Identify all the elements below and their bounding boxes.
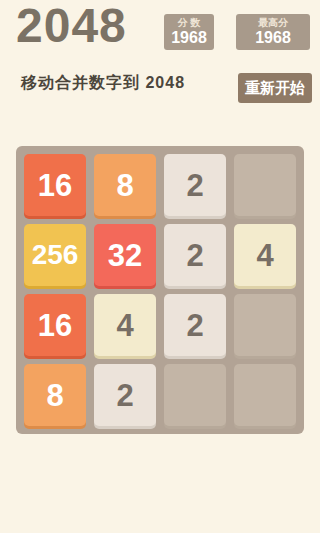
tile-2: 2 — [164, 154, 226, 216]
tile-16: 16 — [24, 154, 86, 216]
cell-empty — [234, 364, 296, 426]
tile-16: 16 — [24, 294, 86, 356]
cell-empty — [234, 294, 296, 356]
tile-8: 8 — [24, 364, 86, 426]
tile-32: 32 — [94, 224, 156, 286]
best-score-value: 1968 — [236, 29, 310, 47]
tile-4: 4 — [94, 294, 156, 356]
tile-2: 2 — [94, 364, 156, 426]
cell-empty — [234, 154, 296, 216]
score-value: 1968 — [164, 29, 214, 47]
tile-256: 256 — [24, 224, 86, 286]
score-label: 分 数 — [164, 17, 214, 29]
board[interactable]: 16822563224164282 — [16, 146, 304, 434]
tile-4: 4 — [234, 224, 296, 286]
cell-empty — [164, 364, 226, 426]
score-box: 分 数 1968 — [164, 14, 214, 50]
best-score-label: 最高分 — [236, 17, 310, 29]
restart-button[interactable]: 重新开始 — [238, 73, 312, 103]
app-title: 2048 — [16, 2, 127, 50]
tile-2: 2 — [164, 294, 226, 356]
tile-8: 8 — [94, 154, 156, 216]
tile-2: 2 — [164, 224, 226, 286]
subtitle: 移动合并数字到 2048 — [21, 70, 185, 96]
app-root: 2048 分 数 1968 最高分 1968 移动合并数字到 2048 重新开始… — [0, 0, 320, 533]
best-score-box: 最高分 1968 — [236, 14, 310, 50]
